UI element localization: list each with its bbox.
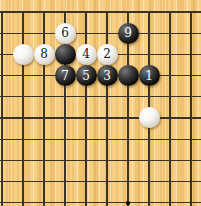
stone-black-1: 1: [139, 65, 160, 86]
move-number: 7: [61, 70, 69, 82]
move-number: 1: [145, 70, 153, 82]
stone-black-3: 3: [97, 65, 118, 86]
move-number: 2: [103, 48, 111, 60]
stone-black-5: 5: [76, 65, 97, 86]
stone-black-7: 7: [55, 65, 76, 86]
stones-layer: 867452391: [0, 1, 201, 206]
move-number: 9: [124, 27, 132, 39]
go-board[interactable]: 867452391: [0, 0, 201, 206]
stone-white: [13, 44, 34, 65]
stone-black-9: 9: [118, 23, 139, 44]
stone-white: [139, 107, 160, 128]
stone-white-2: 2: [97, 44, 118, 65]
move-number: 4: [82, 48, 90, 60]
move-number: 8: [40, 48, 48, 60]
stone-black: [118, 65, 139, 86]
move-number: 3: [103, 70, 111, 82]
move-number: 5: [82, 70, 90, 82]
stone-white-8: 8: [34, 44, 55, 65]
stone-black: [55, 44, 76, 65]
move-number: 6: [61, 27, 69, 39]
stone-white-6: 6: [55, 23, 76, 44]
stone-white-4: 4: [76, 44, 97, 65]
